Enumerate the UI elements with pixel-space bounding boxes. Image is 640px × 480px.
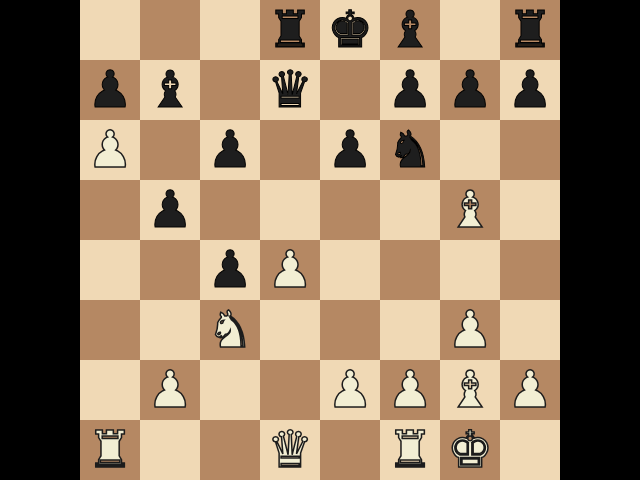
- square-d1[interactable]: ♛: [260, 420, 320, 480]
- square-c5[interactable]: [200, 180, 260, 240]
- black-rook[interactable]: ♜: [500, 0, 560, 60]
- square-d5[interactable]: [260, 180, 320, 240]
- black-pawn[interactable]: ♟: [200, 120, 260, 180]
- square-c3[interactable]: ♞: [200, 300, 260, 360]
- square-c8[interactable]: [200, 0, 260, 60]
- black-bishop[interactable]: ♝: [380, 0, 440, 60]
- white-pawn[interactable]: ♟: [80, 120, 140, 180]
- square-h4[interactable]: [500, 240, 560, 300]
- black-king[interactable]: ♚: [320, 0, 380, 60]
- white-pawn[interactable]: ♟: [320, 360, 380, 420]
- square-b3[interactable]: [140, 300, 200, 360]
- white-bishop[interactable]: ♝: [440, 180, 500, 240]
- square-d3[interactable]: [260, 300, 320, 360]
- square-h3[interactable]: [500, 300, 560, 360]
- white-pawn[interactable]: ♟: [140, 360, 200, 420]
- white-pawn[interactable]: ♟: [440, 300, 500, 360]
- white-pawn[interactable]: ♟: [380, 360, 440, 420]
- square-d4[interactable]: ♟: [260, 240, 320, 300]
- white-queen[interactable]: ♛: [260, 420, 320, 480]
- square-h1[interactable]: [500, 420, 560, 480]
- square-c7[interactable]: [200, 60, 260, 120]
- square-d7[interactable]: ♛: [260, 60, 320, 120]
- black-bishop[interactable]: ♝: [140, 60, 200, 120]
- square-e7[interactable]: [320, 60, 380, 120]
- black-pawn[interactable]: ♟: [500, 60, 560, 120]
- black-pawn[interactable]: ♟: [200, 240, 260, 300]
- white-bishop[interactable]: ♝: [440, 360, 500, 420]
- square-c4[interactable]: ♟: [200, 240, 260, 300]
- black-pawn[interactable]: ♟: [80, 60, 140, 120]
- square-a4[interactable]: [80, 240, 140, 300]
- square-h2[interactable]: ♟: [500, 360, 560, 420]
- white-rook[interactable]: ♜: [80, 420, 140, 480]
- black-pawn[interactable]: ♟: [320, 120, 380, 180]
- square-f7[interactable]: ♟: [380, 60, 440, 120]
- square-e6[interactable]: ♟: [320, 120, 380, 180]
- square-b8[interactable]: [140, 0, 200, 60]
- square-e8[interactable]: ♚: [320, 0, 380, 60]
- square-g5[interactable]: ♝: [440, 180, 500, 240]
- square-h8[interactable]: ♜: [500, 0, 560, 60]
- square-g4[interactable]: [440, 240, 500, 300]
- white-rook[interactable]: ♜: [380, 420, 440, 480]
- chess-board: ♜♚♝♜♟♝♛♟♟♟♟♟♟♞♟♝♟♟♞♟♟♟♟♝♟♜♛♜♚: [80, 0, 560, 480]
- square-a5[interactable]: [80, 180, 140, 240]
- square-g2[interactable]: ♝: [440, 360, 500, 420]
- square-e2[interactable]: ♟: [320, 360, 380, 420]
- square-b2[interactable]: ♟: [140, 360, 200, 420]
- square-g1[interactable]: ♚: [440, 420, 500, 480]
- square-f6[interactable]: ♞: [380, 120, 440, 180]
- square-b1[interactable]: [140, 420, 200, 480]
- app-background: ♜♚♝♜♟♝♛♟♟♟♟♟♟♞♟♝♟♟♞♟♟♟♟♝♟♜♛♜♚: [0, 0, 640, 480]
- black-rook[interactable]: ♜: [260, 0, 320, 60]
- square-e4[interactable]: [320, 240, 380, 300]
- white-pawn[interactable]: ♟: [500, 360, 560, 420]
- square-c1[interactable]: [200, 420, 260, 480]
- square-g3[interactable]: ♟: [440, 300, 500, 360]
- white-king[interactable]: ♚: [440, 420, 500, 480]
- black-pawn[interactable]: ♟: [440, 60, 500, 120]
- square-b6[interactable]: [140, 120, 200, 180]
- square-a1[interactable]: ♜: [80, 420, 140, 480]
- black-pawn[interactable]: ♟: [380, 60, 440, 120]
- square-h7[interactable]: ♟: [500, 60, 560, 120]
- square-f4[interactable]: [380, 240, 440, 300]
- square-e5[interactable]: [320, 180, 380, 240]
- square-f1[interactable]: ♜: [380, 420, 440, 480]
- square-c6[interactable]: ♟: [200, 120, 260, 180]
- white-pawn[interactable]: ♟: [260, 240, 320, 300]
- square-d6[interactable]: [260, 120, 320, 180]
- square-f8[interactable]: ♝: [380, 0, 440, 60]
- black-queen[interactable]: ♛: [260, 60, 320, 120]
- square-b7[interactable]: ♝: [140, 60, 200, 120]
- square-a2[interactable]: [80, 360, 140, 420]
- square-a6[interactable]: ♟: [80, 120, 140, 180]
- square-h5[interactable]: [500, 180, 560, 240]
- square-e1[interactable]: [320, 420, 380, 480]
- black-knight[interactable]: ♞: [380, 120, 440, 180]
- square-b4[interactable]: [140, 240, 200, 300]
- black-pawn[interactable]: ♟: [140, 180, 200, 240]
- square-f5[interactable]: [380, 180, 440, 240]
- square-e3[interactable]: [320, 300, 380, 360]
- square-g6[interactable]: [440, 120, 500, 180]
- square-h6[interactable]: [500, 120, 560, 180]
- square-c2[interactable]: [200, 360, 260, 420]
- square-a3[interactable]: [80, 300, 140, 360]
- square-a8[interactable]: [80, 0, 140, 60]
- square-f2[interactable]: ♟: [380, 360, 440, 420]
- square-g8[interactable]: [440, 0, 500, 60]
- square-d2[interactable]: [260, 360, 320, 420]
- square-d8[interactable]: ♜: [260, 0, 320, 60]
- white-knight[interactable]: ♞: [200, 300, 260, 360]
- square-a7[interactable]: ♟: [80, 60, 140, 120]
- square-b5[interactable]: ♟: [140, 180, 200, 240]
- square-g7[interactable]: ♟: [440, 60, 500, 120]
- square-f3[interactable]: [380, 300, 440, 360]
